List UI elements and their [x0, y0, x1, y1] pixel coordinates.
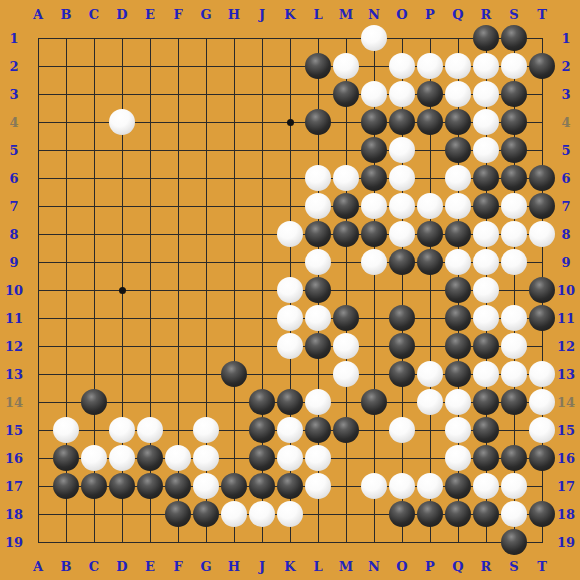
- white-stone-Q3[interactable]: [445, 81, 471, 107]
- black-stone-Q10[interactable]: [445, 277, 471, 303]
- column-label-P: P: [416, 553, 444, 579]
- black-stone-M15[interactable]: [333, 417, 359, 443]
- row-label-10: 10: [552, 276, 580, 304]
- white-stone-R10[interactable]: [473, 277, 499, 303]
- row-label-19: 19: [552, 528, 580, 556]
- white-stone-P7[interactable]: [417, 193, 443, 219]
- column-label-M: M: [332, 553, 360, 579]
- row-label-18: 18: [552, 500, 580, 528]
- black-stone-T6[interactable]: [529, 165, 555, 191]
- white-stone-P13[interactable]: [417, 361, 443, 387]
- white-stone-O6[interactable]: [389, 165, 415, 191]
- white-stone-G17[interactable]: [193, 473, 219, 499]
- black-stone-N8[interactable]: [361, 221, 387, 247]
- white-stone-S17[interactable]: [501, 473, 527, 499]
- black-stone-P18[interactable]: [417, 501, 443, 527]
- white-stone-T8[interactable]: [529, 221, 555, 247]
- white-stone-R13[interactable]: [473, 361, 499, 387]
- black-stone-O4[interactable]: [389, 109, 415, 135]
- black-stone-O9[interactable]: [389, 249, 415, 275]
- white-stone-Q14[interactable]: [445, 389, 471, 415]
- white-stone-H18[interactable]: [221, 501, 247, 527]
- black-stone-L2[interactable]: [305, 53, 331, 79]
- black-stone-J14[interactable]: [249, 389, 275, 415]
- black-stone-S1[interactable]: [501, 25, 527, 51]
- black-stone-S16[interactable]: [501, 445, 527, 471]
- black-stone-N14[interactable]: [361, 389, 387, 415]
- black-stone-R14[interactable]: [473, 389, 499, 415]
- black-stone-L15[interactable]: [305, 417, 331, 443]
- column-label-B: B: [52, 553, 80, 579]
- row-label-4: 4: [552, 108, 580, 136]
- white-stone-N1[interactable]: [361, 25, 387, 51]
- white-stone-Q7[interactable]: [445, 193, 471, 219]
- white-stone-S7[interactable]: [501, 193, 527, 219]
- black-stone-Q8[interactable]: [445, 221, 471, 247]
- white-stone-L6[interactable]: [305, 165, 331, 191]
- white-stone-R5[interactable]: [473, 137, 499, 163]
- black-stone-T10[interactable]: [529, 277, 555, 303]
- column-label-L: L: [304, 553, 332, 579]
- white-stone-S13[interactable]: [501, 361, 527, 387]
- column-label-R: R: [472, 553, 500, 579]
- column-label-E: E: [136, 553, 164, 579]
- row-label-11: 11: [552, 304, 580, 332]
- black-stone-F18[interactable]: [165, 501, 191, 527]
- black-stone-M11[interactable]: [333, 305, 359, 331]
- column-label-Q: Q: [444, 553, 472, 579]
- white-stone-T15[interactable]: [529, 417, 555, 443]
- black-stone-R1[interactable]: [473, 25, 499, 51]
- column-label-K: K: [276, 553, 304, 579]
- black-stone-M7[interactable]: [333, 193, 359, 219]
- white-stone-K15[interactable]: [277, 417, 303, 443]
- black-stone-M3[interactable]: [333, 81, 359, 107]
- white-stone-M13[interactable]: [333, 361, 359, 387]
- black-stone-C14[interactable]: [81, 389, 107, 415]
- white-stone-C16[interactable]: [81, 445, 107, 471]
- white-stone-S8[interactable]: [501, 221, 527, 247]
- black-stone-J16[interactable]: [249, 445, 275, 471]
- white-stone-Q2[interactable]: [445, 53, 471, 79]
- column-label-A: A: [24, 553, 52, 579]
- black-stone-H13[interactable]: [221, 361, 247, 387]
- white-stone-L16[interactable]: [305, 445, 331, 471]
- black-stone-R7[interactable]: [473, 193, 499, 219]
- column-label-C: C: [80, 553, 108, 579]
- white-stone-O2[interactable]: [389, 53, 415, 79]
- black-stone-H17[interactable]: [221, 473, 247, 499]
- star-point-D10: [119, 287, 126, 294]
- black-stone-R12[interactable]: [473, 333, 499, 359]
- white-stone-O5[interactable]: [389, 137, 415, 163]
- black-stone-G18[interactable]: [193, 501, 219, 527]
- black-stone-R6[interactable]: [473, 165, 499, 191]
- black-stone-Q11[interactable]: [445, 305, 471, 331]
- white-stone-R9[interactable]: [473, 249, 499, 275]
- black-stone-K14[interactable]: [277, 389, 303, 415]
- white-stone-N17[interactable]: [361, 473, 387, 499]
- black-stone-J17[interactable]: [249, 473, 275, 499]
- white-stone-K18[interactable]: [277, 501, 303, 527]
- black-stone-L10[interactable]: [305, 277, 331, 303]
- white-stone-S18[interactable]: [501, 501, 527, 527]
- star-point-K4: [287, 119, 294, 126]
- black-stone-O11[interactable]: [389, 305, 415, 331]
- white-stone-Q15[interactable]: [445, 417, 471, 443]
- black-stone-F17[interactable]: [165, 473, 191, 499]
- white-stone-G15[interactable]: [193, 417, 219, 443]
- black-stone-O12[interactable]: [389, 333, 415, 359]
- white-stone-Q6[interactable]: [445, 165, 471, 191]
- black-stone-S14[interactable]: [501, 389, 527, 415]
- row-label-2: 2: [552, 52, 580, 80]
- white-stone-L7[interactable]: [305, 193, 331, 219]
- row-label-15: 15: [552, 416, 580, 444]
- row-label-1: 1: [552, 24, 580, 52]
- white-stone-O15[interactable]: [389, 417, 415, 443]
- white-stone-J18[interactable]: [249, 501, 275, 527]
- white-stone-O17[interactable]: [389, 473, 415, 499]
- white-stone-P17[interactable]: [417, 473, 443, 499]
- white-stone-M6[interactable]: [333, 165, 359, 191]
- black-stone-Q13[interactable]: [445, 361, 471, 387]
- black-stone-S19[interactable]: [501, 529, 527, 555]
- row-label-9: 9: [552, 248, 580, 276]
- black-stone-B17[interactable]: [53, 473, 79, 499]
- column-label-G: G: [192, 553, 220, 579]
- black-stone-O13[interactable]: [389, 361, 415, 387]
- white-stone-D4[interactable]: [109, 109, 135, 135]
- black-stone-O18[interactable]: [389, 501, 415, 527]
- white-stone-P14[interactable]: [417, 389, 443, 415]
- black-stone-M8[interactable]: [333, 221, 359, 247]
- black-stone-Q12[interactable]: [445, 333, 471, 359]
- black-stone-T7[interactable]: [529, 193, 555, 219]
- white-stone-L9[interactable]: [305, 249, 331, 275]
- white-stone-M2[interactable]: [333, 53, 359, 79]
- column-label-J: J: [248, 553, 276, 579]
- black-stone-P9[interactable]: [417, 249, 443, 275]
- row-label-8: 8: [552, 220, 580, 248]
- black-stone-K17[interactable]: [277, 473, 303, 499]
- white-stone-T14[interactable]: [529, 389, 555, 415]
- black-stone-N5[interactable]: [361, 137, 387, 163]
- row-label-7: 7: [552, 192, 580, 220]
- row-label-12: 12: [552, 332, 580, 360]
- white-stone-L14[interactable]: [305, 389, 331, 415]
- row-label-6: 6: [552, 164, 580, 192]
- stones-layer: [24, 24, 556, 556]
- column-label-F: F: [164, 553, 192, 579]
- black-stone-E17[interactable]: [137, 473, 163, 499]
- white-stone-O7[interactable]: [389, 193, 415, 219]
- white-stone-L11[interactable]: [305, 305, 331, 331]
- black-stone-S5[interactable]: [501, 137, 527, 163]
- black-stone-B16[interactable]: [53, 445, 79, 471]
- white-stone-K16[interactable]: [277, 445, 303, 471]
- white-stone-M12[interactable]: [333, 333, 359, 359]
- white-stone-R2[interactable]: [473, 53, 499, 79]
- white-stone-K12[interactable]: [277, 333, 303, 359]
- black-stone-T18[interactable]: [529, 501, 555, 527]
- black-stone-L8[interactable]: [305, 221, 331, 247]
- white-stone-R4[interactable]: [473, 109, 499, 135]
- white-stone-N3[interactable]: [361, 81, 387, 107]
- column-label-O: O: [388, 553, 416, 579]
- row-label-5: 5: [552, 136, 580, 164]
- white-stone-G16[interactable]: [193, 445, 219, 471]
- white-stone-T13[interactable]: [529, 361, 555, 387]
- white-stone-K8[interactable]: [277, 221, 303, 247]
- white-stone-B15[interactable]: [53, 417, 79, 443]
- column-labels-bottom: ABCDEFGHJKLMNOPQRST: [24, 553, 556, 579]
- white-stone-Q16[interactable]: [445, 445, 471, 471]
- row-label-17: 17: [552, 472, 580, 500]
- white-stone-R8[interactable]: [473, 221, 499, 247]
- black-stone-R15[interactable]: [473, 417, 499, 443]
- white-stone-E15[interactable]: [137, 417, 163, 443]
- black-stone-R18[interactable]: [473, 501, 499, 527]
- black-stone-P4[interactable]: [417, 109, 443, 135]
- white-stone-Q9[interactable]: [445, 249, 471, 275]
- row-label-3: 3: [552, 80, 580, 108]
- black-stone-Q5[interactable]: [445, 137, 471, 163]
- black-stone-S3[interactable]: [501, 81, 527, 107]
- black-stone-L12[interactable]: [305, 333, 331, 359]
- column-label-T: T: [528, 553, 556, 579]
- white-stone-N9[interactable]: [361, 249, 387, 275]
- white-stone-S9[interactable]: [501, 249, 527, 275]
- white-stone-K11[interactable]: [277, 305, 303, 331]
- black-stone-Q4[interactable]: [445, 109, 471, 135]
- row-label-16: 16: [552, 444, 580, 472]
- row-label-14: 14: [552, 388, 580, 416]
- white-stone-R3[interactable]: [473, 81, 499, 107]
- black-stone-R16[interactable]: [473, 445, 499, 471]
- black-stone-J15[interactable]: [249, 417, 275, 443]
- black-stone-L4[interactable]: [305, 109, 331, 135]
- black-stone-N6[interactable]: [361, 165, 387, 191]
- white-stone-K10[interactable]: [277, 277, 303, 303]
- black-stone-P8[interactable]: [417, 221, 443, 247]
- row-labels-right: 12345678910111213141516171819: [552, 24, 580, 556]
- black-stone-Q17[interactable]: [445, 473, 471, 499]
- white-stone-O3[interactable]: [389, 81, 415, 107]
- black-stone-Q18[interactable]: [445, 501, 471, 527]
- black-stone-D17[interactable]: [109, 473, 135, 499]
- white-stone-F16[interactable]: [165, 445, 191, 471]
- white-stone-P2[interactable]: [417, 53, 443, 79]
- black-stone-C17[interactable]: [81, 473, 107, 499]
- row-label-13: 13: [552, 360, 580, 388]
- white-stone-R11[interactable]: [473, 305, 499, 331]
- go-board[interactable]: ABCDEFGHJKLMNOPQRST ABCDEFGHJKLMNOPQRST …: [0, 0, 580, 580]
- white-stone-S11[interactable]: [501, 305, 527, 331]
- black-stone-E16[interactable]: [137, 445, 163, 471]
- white-stone-R17[interactable]: [473, 473, 499, 499]
- black-stone-T11[interactable]: [529, 305, 555, 331]
- white-stone-S2[interactable]: [501, 53, 527, 79]
- black-stone-T2[interactable]: [529, 53, 555, 79]
- column-label-N: N: [360, 553, 388, 579]
- black-stone-S6[interactable]: [501, 165, 527, 191]
- column-label-S: S: [500, 553, 528, 579]
- black-stone-P3[interactable]: [417, 81, 443, 107]
- black-stone-N4[interactable]: [361, 109, 387, 135]
- white-stone-L17[interactable]: [305, 473, 331, 499]
- column-label-H: H: [220, 553, 248, 579]
- black-stone-T16[interactable]: [529, 445, 555, 471]
- white-stone-O8[interactable]: [389, 221, 415, 247]
- column-label-D: D: [108, 553, 136, 579]
- white-stone-S12[interactable]: [501, 333, 527, 359]
- black-stone-S4[interactable]: [501, 109, 527, 135]
- white-stone-D16[interactable]: [109, 445, 135, 471]
- white-stone-N7[interactable]: [361, 193, 387, 219]
- white-stone-D15[interactable]: [109, 417, 135, 443]
